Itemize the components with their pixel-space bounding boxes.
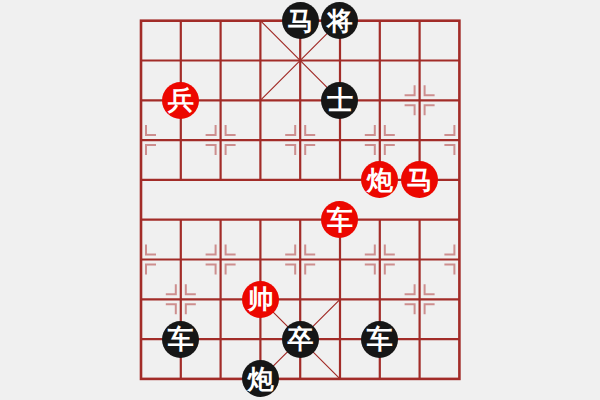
piece-black-general[interactable]: 将 <box>321 2 358 39</box>
piece-black-soldier[interactable]: 卒 <box>282 321 319 358</box>
piece-red-soldier[interactable]: 兵 <box>162 82 199 119</box>
piece-layer: 马将兵士炮马车帅车卒车炮 <box>121 1 479 399</box>
piece-black-chariot[interactable]: 车 <box>162 321 199 358</box>
piece-black-horse[interactable]: 马 <box>282 2 319 39</box>
piece-red-general[interactable]: 帅 <box>242 281 279 318</box>
xiangqi-board-screen: 马将兵士炮马车帅车卒车炮 <box>0 0 600 400</box>
piece-red-cannon[interactable]: 炮 <box>361 161 398 198</box>
piece-black-advisor[interactable]: 士 <box>321 82 358 119</box>
piece-black-cannon[interactable]: 炮 <box>242 360 279 397</box>
piece-black-chariot[interactable]: 车 <box>361 321 398 358</box>
piece-red-chariot[interactable]: 车 <box>321 201 358 238</box>
piece-red-horse[interactable]: 马 <box>401 161 438 198</box>
